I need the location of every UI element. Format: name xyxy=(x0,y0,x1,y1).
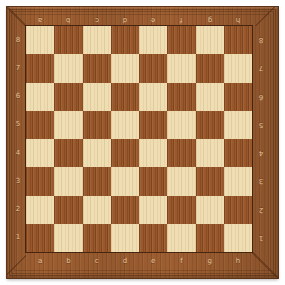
square-b6[interactable] xyxy=(54,83,82,111)
photo-background: abcdefgh abcdefgh 87654321 87654321 xyxy=(0,0,285,285)
square-g3[interactable] xyxy=(196,167,224,195)
square-c5[interactable] xyxy=(83,111,111,139)
square-h6[interactable] xyxy=(224,83,252,111)
file-label-top-h: h xyxy=(224,14,252,25)
file-label-top-e: e xyxy=(139,14,167,25)
file-label-top-a: a xyxy=(26,14,54,25)
square-a6[interactable] xyxy=(26,83,54,111)
square-h3[interactable] xyxy=(224,167,252,195)
rank-label-left-3: 3 xyxy=(12,167,24,195)
square-f2[interactable] xyxy=(167,196,195,224)
file-label-top-c: c xyxy=(83,14,111,25)
square-h8[interactable] xyxy=(224,26,252,54)
file-label-top-f: f xyxy=(167,14,195,25)
rank-label-right-7: 7 xyxy=(255,54,267,82)
square-a5[interactable] xyxy=(26,111,54,139)
square-b7[interactable] xyxy=(54,54,82,82)
rank-label-right-6: 6 xyxy=(255,83,267,111)
square-f3[interactable] xyxy=(167,167,195,195)
rank-label-left-5: 5 xyxy=(12,111,24,139)
square-h7[interactable] xyxy=(224,54,252,82)
square-e7[interactable] xyxy=(139,54,167,82)
rank-label-left-7: 7 xyxy=(12,54,24,82)
rank-label-left-1: 1 xyxy=(12,224,24,252)
square-b1[interactable] xyxy=(54,224,82,252)
square-d6[interactable] xyxy=(111,83,139,111)
file-label-bottom-h: h xyxy=(224,256,252,267)
square-g4[interactable] xyxy=(196,139,224,167)
square-h2[interactable] xyxy=(224,196,252,224)
square-c2[interactable] xyxy=(83,196,111,224)
square-d4[interactable] xyxy=(111,139,139,167)
square-h5[interactable] xyxy=(224,111,252,139)
square-e4[interactable] xyxy=(139,139,167,167)
file-label-bottom-e: e xyxy=(139,256,167,267)
square-c3[interactable] xyxy=(83,167,111,195)
playing-area xyxy=(26,26,252,252)
square-f4[interactable] xyxy=(167,139,195,167)
rank-label-left-4: 4 xyxy=(12,139,24,167)
square-e8[interactable] xyxy=(139,26,167,54)
square-d3[interactable] xyxy=(111,167,139,195)
square-c8[interactable] xyxy=(83,26,111,54)
square-d8[interactable] xyxy=(111,26,139,54)
square-f8[interactable] xyxy=(167,26,195,54)
rank-label-left-6: 6 xyxy=(12,83,24,111)
square-g6[interactable] xyxy=(196,83,224,111)
rank-label-right-3: 3 xyxy=(255,167,267,195)
square-g1[interactable] xyxy=(196,224,224,252)
square-d5[interactable] xyxy=(111,111,139,139)
rank-labels-left: 87654321 xyxy=(12,26,24,252)
file-label-bottom-f: f xyxy=(167,256,195,267)
square-b2[interactable] xyxy=(54,196,82,224)
square-a1[interactable] xyxy=(26,224,54,252)
square-a2[interactable] xyxy=(26,196,54,224)
square-e6[interactable] xyxy=(139,83,167,111)
square-c1[interactable] xyxy=(83,224,111,252)
square-e2[interactable] xyxy=(139,196,167,224)
file-label-bottom-g: g xyxy=(196,256,224,267)
square-a7[interactable] xyxy=(26,54,54,82)
rank-label-right-5: 5 xyxy=(255,111,267,139)
rank-labels-right: 87654321 xyxy=(255,26,267,252)
rank-label-right-2: 2 xyxy=(255,196,267,224)
square-f6[interactable] xyxy=(167,83,195,111)
square-b3[interactable] xyxy=(54,167,82,195)
frame-miter-top-right xyxy=(252,7,278,26)
rank-label-right-8: 8 xyxy=(255,26,267,54)
square-g2[interactable] xyxy=(196,196,224,224)
rank-label-left-8: 8 xyxy=(12,26,24,54)
square-b5[interactable] xyxy=(54,111,82,139)
square-a3[interactable] xyxy=(26,167,54,195)
square-c7[interactable] xyxy=(83,54,111,82)
square-g5[interactable] xyxy=(196,111,224,139)
frame-miter-top-left xyxy=(7,7,26,26)
square-b8[interactable] xyxy=(54,26,82,54)
file-labels-top: abcdefgh xyxy=(26,14,252,25)
file-label-bottom-b: b xyxy=(54,256,82,267)
square-e5[interactable] xyxy=(139,111,167,139)
square-a8[interactable] xyxy=(26,26,54,54)
square-c4[interactable] xyxy=(83,139,111,167)
chess-board: abcdefgh abcdefgh 87654321 87654321 xyxy=(7,7,278,278)
square-h4[interactable] xyxy=(224,139,252,167)
rank-label-right-4: 4 xyxy=(255,139,267,167)
square-e1[interactable] xyxy=(139,224,167,252)
frame-miter-bottom-left xyxy=(7,252,26,278)
file-label-bottom-d: d xyxy=(111,256,139,267)
square-h1[interactable] xyxy=(224,224,252,252)
file-label-bottom-c: c xyxy=(83,256,111,267)
square-a4[interactable] xyxy=(26,139,54,167)
square-g8[interactable] xyxy=(196,26,224,54)
square-d2[interactable] xyxy=(111,196,139,224)
square-f5[interactable] xyxy=(167,111,195,139)
square-g7[interactable] xyxy=(196,54,224,82)
file-label-top-g: g xyxy=(196,14,224,25)
square-e3[interactable] xyxy=(139,167,167,195)
rank-label-left-2: 2 xyxy=(12,196,24,224)
rank-label-right-1: 1 xyxy=(255,224,267,252)
file-label-bottom-a: a xyxy=(26,256,54,267)
square-f1[interactable] xyxy=(167,224,195,252)
square-b4[interactable] xyxy=(54,139,82,167)
square-f7[interactable] xyxy=(167,54,195,82)
file-labels-bottom: abcdefgh xyxy=(26,256,252,267)
frame-miter-bottom-right xyxy=(252,252,278,278)
square-c6[interactable] xyxy=(83,83,111,111)
file-label-top-b: b xyxy=(54,14,82,25)
square-d1[interactable] xyxy=(111,224,139,252)
square-d7[interactable] xyxy=(111,54,139,82)
file-label-top-d: d xyxy=(111,14,139,25)
